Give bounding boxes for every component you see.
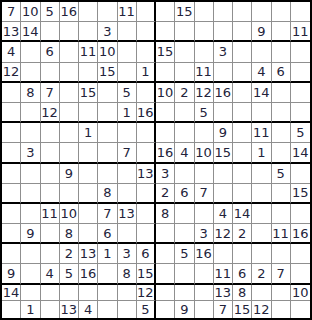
cell-r7c12[interactable]: 9 — [214, 123, 233, 143]
cell-r8c14[interactable]: 1 — [252, 143, 271, 163]
cell-r11c7[interactable]: 13 — [118, 204, 137, 224]
cell-r10c16[interactable]: 15 — [291, 184, 310, 204]
cell-r14c3[interactable]: 4 — [41, 264, 60, 284]
cell-r13c3[interactable] — [41, 244, 60, 264]
cell-r9c2[interactable] — [21, 164, 40, 184]
cell-r4c14[interactable]: 4 — [252, 63, 271, 83]
cell-r11c8[interactable] — [137, 204, 156, 224]
cell-r9c5[interactable] — [79, 164, 98, 184]
cell-r15c2[interactable] — [21, 285, 40, 302]
cell-r7c13[interactable] — [233, 123, 252, 143]
cell-r8c8[interactable] — [137, 143, 156, 163]
cell-r15c8[interactable]: 12 — [137, 285, 156, 302]
cell-r6c16[interactable] — [291, 103, 310, 123]
cell-r5c10[interactable]: 2 — [175, 83, 194, 103]
cell-r9c11[interactable] — [195, 164, 214, 184]
cell-r2c5[interactable] — [79, 22, 98, 42]
cell-r2c1[interactable]: 13 — [2, 22, 21, 42]
cell-r13c9[interactable] — [156, 244, 175, 264]
cell-r16c2[interactable]: 1 — [21, 301, 40, 318]
cell-r10c2[interactable] — [21, 184, 40, 204]
cell-r9c1[interactable] — [2, 164, 21, 184]
cell-r3c2[interactable] — [21, 42, 40, 62]
cell-r10c7[interactable] — [118, 184, 137, 204]
cell-r16c7[interactable] — [118, 301, 137, 318]
cell-r6c9[interactable] — [156, 103, 175, 123]
cell-r4c15[interactable]: 6 — [272, 63, 291, 83]
cell-r8c12[interactable]: 15 — [214, 143, 233, 163]
sudoku-board: 7105161115131439114611101531215111468715… — [0, 0, 312, 320]
cell-r11c11[interactable] — [195, 204, 214, 224]
cell-r11c2[interactable] — [21, 204, 40, 224]
cell-r13c13[interactable] — [233, 244, 252, 264]
cell-r1c7[interactable]: 11 — [118, 2, 137, 22]
cell-r1c15[interactable] — [272, 2, 291, 22]
cell-r12c4[interactable]: 8 — [60, 224, 79, 244]
cell-r7c10[interactable] — [175, 123, 194, 143]
cell-r7c7[interactable] — [118, 123, 137, 143]
cell-r2c9[interactable] — [156, 22, 175, 42]
cell-r4c1[interactable]: 12 — [2, 63, 21, 83]
cell-r11c13[interactable]: 14 — [233, 204, 252, 224]
cell-r6c4[interactable] — [60, 103, 79, 123]
cell-r5c4[interactable] — [60, 83, 79, 103]
cell-r16c10[interactable]: 9 — [175, 301, 194, 318]
cell-r13c14[interactable] — [252, 244, 271, 264]
cell-r16c16[interactable] — [291, 301, 310, 318]
cell-r2c2[interactable]: 14 — [21, 22, 40, 42]
cell-r4c4[interactable] — [60, 63, 79, 83]
cell-r3c5[interactable]: 11 — [79, 42, 98, 62]
cell-r2c16[interactable]: 11 — [291, 22, 310, 42]
cell-r4c16[interactable] — [291, 63, 310, 83]
cell-r4c8[interactable]: 1 — [137, 63, 156, 83]
cell-r9c10[interactable] — [175, 164, 194, 184]
cell-r8c9[interactable]: 16 — [156, 143, 175, 163]
cell-r4c13[interactable] — [233, 63, 252, 83]
cell-r14c8[interactable]: 15 — [137, 264, 156, 284]
cell-r11c15[interactable] — [272, 204, 291, 224]
cell-r16c13[interactable]: 15 — [233, 301, 252, 318]
cell-r2c7[interactable] — [118, 22, 137, 42]
cell-r14c7[interactable]: 8 — [118, 264, 137, 284]
cell-r7c2[interactable] — [21, 123, 40, 143]
cell-r15c15[interactable] — [272, 285, 291, 302]
cell-r9c4[interactable]: 9 — [60, 164, 79, 184]
cell-r16c9[interactable] — [156, 301, 175, 318]
cell-r12c8[interactable] — [137, 224, 156, 244]
cell-r6c3[interactable]: 12 — [41, 103, 60, 123]
cell-r8c13[interactable] — [233, 143, 252, 163]
cell-r9c14[interactable] — [252, 164, 271, 184]
cell-r7c6[interactable] — [98, 123, 117, 143]
cell-r10c14[interactable] — [252, 184, 271, 204]
cell-r8c1[interactable] — [2, 143, 21, 163]
cell-r9c7[interactable] — [118, 164, 137, 184]
cell-r2c8[interactable] — [137, 22, 156, 42]
cell-r6c7[interactable]: 1 — [118, 103, 137, 123]
cell-r7c4[interactable] — [60, 123, 79, 143]
cell-r13c5[interactable]: 13 — [79, 244, 98, 264]
cell-r13c15[interactable] — [272, 244, 291, 264]
cell-r6c13[interactable] — [233, 103, 252, 123]
cell-r1c8[interactable] — [137, 2, 156, 22]
cell-r7c9[interactable] — [156, 123, 175, 143]
cell-r14c6[interactable] — [98, 264, 117, 284]
cell-r14c14[interactable]: 2 — [252, 264, 271, 284]
cell-r10c13[interactable] — [233, 184, 252, 204]
cell-r10c15[interactable] — [272, 184, 291, 204]
cell-r4c9[interactable] — [156, 63, 175, 83]
cell-r12c13[interactable]: 2 — [233, 224, 252, 244]
cell-r10c4[interactable] — [60, 184, 79, 204]
cell-r16c12[interactable]: 7 — [214, 301, 233, 318]
cell-r15c16[interactable]: 10 — [291, 285, 310, 302]
cell-r1c2[interactable]: 10 — [21, 2, 40, 22]
cell-r4c3[interactable] — [41, 63, 60, 83]
cell-r13c11[interactable]: 16 — [195, 244, 214, 264]
cell-r15c13[interactable]: 8 — [233, 285, 252, 302]
cell-r4c12[interactable] — [214, 63, 233, 83]
cell-r9c15[interactable]: 5 — [272, 164, 291, 184]
cell-r3c3[interactable]: 6 — [41, 42, 60, 62]
cell-r10c3[interactable] — [41, 184, 60, 204]
cell-r11c1[interactable] — [2, 204, 21, 224]
cell-r1c5[interactable] — [79, 2, 98, 22]
cell-r3c14[interactable] — [252, 42, 271, 62]
cell-r5c12[interactable]: 16 — [214, 83, 233, 103]
cell-r3c16[interactable] — [291, 42, 310, 62]
cell-r13c4[interactable]: 2 — [60, 244, 79, 264]
cell-r6c12[interactable] — [214, 103, 233, 123]
cell-r2c13[interactable] — [233, 22, 252, 42]
cell-r6c6[interactable] — [98, 103, 117, 123]
cell-r12c15[interactable]: 11 — [272, 224, 291, 244]
cell-r10c10[interactable]: 6 — [175, 184, 194, 204]
cell-r11c16[interactable] — [291, 204, 310, 224]
cell-r5c3[interactable]: 7 — [41, 83, 60, 103]
cell-r14c4[interactable]: 5 — [60, 264, 79, 284]
cell-r4c2[interactable] — [21, 63, 40, 83]
cell-r6c8[interactable]: 16 — [137, 103, 156, 123]
cell-r12c6[interactable]: 6 — [98, 224, 117, 244]
cell-r6c5[interactable] — [79, 103, 98, 123]
cell-r10c9[interactable]: 2 — [156, 184, 175, 204]
cell-r13c2[interactable] — [21, 244, 40, 264]
cell-r16c6[interactable] — [98, 301, 117, 318]
cell-r5c16[interactable] — [291, 83, 310, 103]
cell-r14c12[interactable]: 11 — [214, 264, 233, 284]
cell-r5c7[interactable]: 5 — [118, 83, 137, 103]
cell-r4c10[interactable] — [175, 63, 194, 83]
cell-r6c14[interactable] — [252, 103, 271, 123]
cell-r12c3[interactable] — [41, 224, 60, 244]
cell-r8c16[interactable]: 14 — [291, 143, 310, 163]
cell-r6c11[interactable]: 5 — [195, 103, 214, 123]
cell-r11c12[interactable]: 4 — [214, 204, 233, 224]
cell-r12c14[interactable] — [252, 224, 271, 244]
cell-r15c14[interactable] — [252, 285, 271, 302]
cell-r8c5[interactable] — [79, 143, 98, 163]
cell-r14c5[interactable]: 16 — [79, 264, 98, 284]
cell-r3c1[interactable]: 4 — [2, 42, 21, 62]
cell-r5c11[interactable]: 12 — [195, 83, 214, 103]
cell-r13c10[interactable]: 5 — [175, 244, 194, 264]
cell-r11c14[interactable] — [252, 204, 271, 224]
cell-r14c15[interactable]: 7 — [272, 264, 291, 284]
cell-r5c15[interactable] — [272, 83, 291, 103]
cell-r14c13[interactable]: 6 — [233, 264, 252, 284]
cell-r12c10[interactable] — [175, 224, 194, 244]
cell-r13c12[interactable] — [214, 244, 233, 264]
cell-r3c12[interactable]: 3 — [214, 42, 233, 62]
cell-r2c15[interactable] — [272, 22, 291, 42]
cell-r5c1[interactable] — [2, 83, 21, 103]
cell-r12c5[interactable] — [79, 224, 98, 244]
cell-r11c5[interactable] — [79, 204, 98, 224]
cell-r10c8[interactable] — [137, 184, 156, 204]
cell-r3c11[interactable] — [195, 42, 214, 62]
cell-r15c7[interactable] — [118, 285, 137, 302]
cell-r12c2[interactable]: 9 — [21, 224, 40, 244]
cell-r6c1[interactable] — [2, 103, 21, 123]
cell-r13c7[interactable]: 3 — [118, 244, 137, 264]
cell-r12c1[interactable] — [2, 224, 21, 244]
cell-r2c11[interactable] — [195, 22, 214, 42]
cell-r7c16[interactable]: 5 — [291, 123, 310, 143]
cell-r1c14[interactable] — [252, 2, 271, 22]
cell-r16c5[interactable]: 4 — [79, 301, 98, 318]
cell-r8c11[interactable]: 10 — [195, 143, 214, 163]
cell-r15c6[interactable] — [98, 285, 117, 302]
cell-r10c1[interactable] — [2, 184, 21, 204]
cell-r6c10[interactable] — [175, 103, 194, 123]
cell-r2c6[interactable]: 3 — [98, 22, 117, 42]
cell-r3c9[interactable]: 15 — [156, 42, 175, 62]
cell-r16c11[interactable] — [195, 301, 214, 318]
cell-r7c5[interactable]: 1 — [79, 123, 98, 143]
cell-r2c14[interactable]: 9 — [252, 22, 271, 42]
cell-r1c13[interactable] — [233, 2, 252, 22]
cell-r9c6[interactable] — [98, 164, 117, 184]
cell-r8c15[interactable] — [272, 143, 291, 163]
cell-r1c4[interactable]: 16 — [60, 2, 79, 22]
cell-r9c12[interactable] — [214, 164, 233, 184]
cell-r3c7[interactable] — [118, 42, 137, 62]
cell-r9c3[interactable] — [41, 164, 60, 184]
cell-r11c3[interactable]: 11 — [41, 204, 60, 224]
cell-r7c8[interactable] — [137, 123, 156, 143]
cell-r14c2[interactable] — [21, 264, 40, 284]
cell-r3c4[interactable] — [60, 42, 79, 62]
cell-r5c9[interactable]: 10 — [156, 83, 175, 103]
cell-r7c1[interactable] — [2, 123, 21, 143]
cell-r16c1[interactable] — [2, 301, 21, 318]
cell-r12c9[interactable] — [156, 224, 175, 244]
cell-r8c3[interactable] — [41, 143, 60, 163]
cell-r4c5[interactable] — [79, 63, 98, 83]
cell-r2c3[interactable] — [41, 22, 60, 42]
cell-r4c11[interactable]: 11 — [195, 63, 214, 83]
cell-r16c3[interactable] — [41, 301, 60, 318]
cell-r15c3[interactable] — [41, 285, 60, 302]
cell-r15c5[interactable] — [79, 285, 98, 302]
cell-r13c1[interactable] — [2, 244, 21, 264]
cell-r13c8[interactable]: 6 — [137, 244, 156, 264]
cell-r15c10[interactable] — [175, 285, 194, 302]
cell-r12c7[interactable] — [118, 224, 137, 244]
cell-r8c7[interactable]: 7 — [118, 143, 137, 163]
cell-r12c11[interactable]: 3 — [195, 224, 214, 244]
cell-r16c14[interactable]: 12 — [252, 301, 271, 318]
cell-r10c11[interactable]: 7 — [195, 184, 214, 204]
cell-r14c10[interactable] — [175, 264, 194, 284]
cell-r12c12[interactable]: 12 — [214, 224, 233, 244]
cell-r3c13[interactable] — [233, 42, 252, 62]
cell-r14c11[interactable] — [195, 264, 214, 284]
cell-r8c4[interactable] — [60, 143, 79, 163]
cell-r15c4[interactable] — [60, 285, 79, 302]
cell-r11c9[interactable]: 8 — [156, 204, 175, 224]
cell-r15c1[interactable]: 14 — [2, 285, 21, 302]
cell-r15c9[interactable] — [156, 285, 175, 302]
cell-r3c15[interactable] — [272, 42, 291, 62]
cell-r1c9[interactable] — [156, 2, 175, 22]
cell-r5c5[interactable]: 15 — [79, 83, 98, 103]
cell-r16c8[interactable]: 5 — [137, 301, 156, 318]
cell-r8c2[interactable]: 3 — [21, 143, 40, 163]
cell-r16c4[interactable]: 13 — [60, 301, 79, 318]
cell-r14c9[interactable] — [156, 264, 175, 284]
cell-r14c1[interactable]: 9 — [2, 264, 21, 284]
cell-r8c10[interactable]: 4 — [175, 143, 194, 163]
cell-r5c14[interactable]: 14 — [252, 83, 271, 103]
cell-r1c3[interactable]: 5 — [41, 2, 60, 22]
cell-r13c16[interactable] — [291, 244, 310, 264]
cell-r2c10[interactable] — [175, 22, 194, 42]
cell-r9c16[interactable] — [291, 164, 310, 184]
cell-r5c2[interactable]: 8 — [21, 83, 40, 103]
cell-r10c12[interactable] — [214, 184, 233, 204]
cell-r7c14[interactable]: 11 — [252, 123, 271, 143]
cell-r3c6[interactable]: 10 — [98, 42, 117, 62]
cell-r9c8[interactable]: 13 — [137, 164, 156, 184]
cell-r12c16[interactable]: 16 — [291, 224, 310, 244]
cell-r7c3[interactable] — [41, 123, 60, 143]
cell-r6c15[interactable] — [272, 103, 291, 123]
cell-r4c6[interactable]: 15 — [98, 63, 117, 83]
cell-r3c10[interactable] — [175, 42, 194, 62]
cell-r15c12[interactable]: 13 — [214, 285, 233, 302]
cell-r1c10[interactable]: 15 — [175, 2, 194, 22]
cell-r6c2[interactable] — [21, 103, 40, 123]
cell-r1c11[interactable] — [195, 2, 214, 22]
cell-r3c8[interactable] — [137, 42, 156, 62]
cell-r5c13[interactable] — [233, 83, 252, 103]
cell-r5c6[interactable] — [98, 83, 117, 103]
cell-r10c5[interactable] — [79, 184, 98, 204]
cell-r5c8[interactable] — [137, 83, 156, 103]
cell-r7c15[interactable] — [272, 123, 291, 143]
cell-r9c9[interactable]: 3 — [156, 164, 175, 184]
cell-r1c12[interactable] — [214, 2, 233, 22]
cell-r8c6[interactable] — [98, 143, 117, 163]
cell-r11c10[interactable] — [175, 204, 194, 224]
cell-r14c16[interactable] — [291, 264, 310, 284]
cell-r11c4[interactable]: 10 — [60, 204, 79, 224]
cell-r1c16[interactable] — [291, 2, 310, 22]
cell-r11c6[interactable]: 7 — [98, 204, 117, 224]
cell-r15c11[interactable] — [195, 285, 214, 302]
cell-r4c7[interactable] — [118, 63, 137, 83]
cell-r13c6[interactable]: 1 — [98, 244, 117, 264]
cell-r7c11[interactable] — [195, 123, 214, 143]
cell-r2c4[interactable] — [60, 22, 79, 42]
cell-r16c15[interactable] — [272, 301, 291, 318]
cell-r1c6[interactable] — [98, 2, 117, 22]
cell-r9c13[interactable] — [233, 164, 252, 184]
cell-r10c6[interactable]: 8 — [98, 184, 117, 204]
cell-r1c1[interactable]: 7 — [2, 2, 21, 22]
cell-r2c12[interactable] — [214, 22, 233, 42]
